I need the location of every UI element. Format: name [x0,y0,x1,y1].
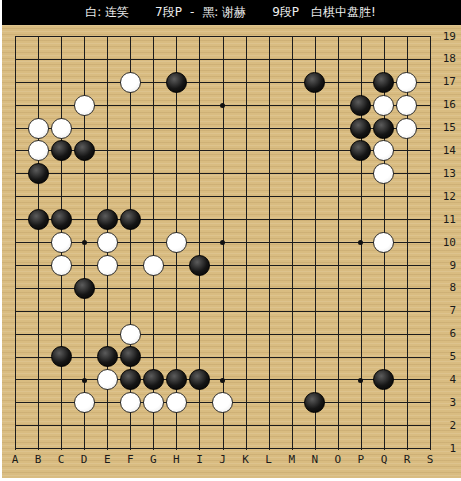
row-label-11: 11 [434,214,456,226]
row-label-18: 18 [434,53,456,65]
row-label-16: 16 [434,99,456,111]
row-label-2: 2 [434,420,456,432]
column-label-S: S [427,454,434,466]
column-label-C: C [58,454,65,466]
white-stone-Q14 [373,140,394,161]
column-label-R: R [404,454,411,466]
column-label-D: D [81,454,88,466]
black-stone-Q4 [373,369,394,390]
game-result: 白棋中盘胜! [311,0,376,25]
black-stone-H17 [166,72,187,93]
white-stone-R16 [396,95,417,116]
row-label-5: 5 [434,351,456,363]
column-label-K: K [242,454,249,466]
row-label-10: 10 [434,237,456,249]
row-label-4: 4 [434,374,456,386]
white-stone-H3 [166,392,187,413]
white-stone-F3 [120,392,141,413]
black-stone-D14 [74,140,95,161]
black-stone-C5 [51,346,72,367]
column-label-G: G [150,454,157,466]
column-label-H: H [173,454,180,466]
column-label-P: P [358,454,365,466]
black-stone-C11 [51,209,72,230]
black-player-label: 黑: 谢赫 [202,0,246,25]
column-label-F: F [127,454,134,466]
white-stone-E10 [97,232,118,253]
row-label-7: 7 [434,305,456,317]
column-label-J: J [219,454,226,466]
black-stone-F4 [120,369,141,390]
row-label-12: 12 [434,191,456,203]
white-stone-F17 [120,72,141,93]
column-label-O: O [335,454,342,466]
white-stone-C10 [51,232,72,253]
white-stone-H10 [166,232,187,253]
column-label-Q: Q [381,454,388,466]
white-stone-Q13 [373,163,394,184]
row-label-3: 3 [434,397,456,409]
white-stone-Q16 [373,95,394,116]
white-stone-B15 [28,118,49,139]
black-stone-B13 [28,163,49,184]
black-stone-E5 [97,346,118,367]
white-stone-B14 [28,140,49,161]
black-stone-Q17 [373,72,394,93]
white-stone-D16 [74,95,95,116]
white-player-label: 白: 连笑 [85,0,129,25]
black-stone-C14 [51,140,72,161]
white-stone-J3 [212,392,233,413]
white-stone-G3 [143,392,164,413]
players-separator: - [190,0,194,25]
row-label-13: 13 [434,168,456,180]
column-label-B: B [35,454,42,466]
go-board[interactable]: ABCDEFGHIJKLMNOPQRS 19181716151413121110… [0,25,461,481]
black-stone-E11 [97,209,118,230]
black-stone-P15 [350,118,371,139]
white-stone-E9 [97,255,118,276]
white-stone-F6 [120,324,141,345]
black-stone-G4 [143,369,164,390]
black-stone-F5 [120,346,141,367]
game-info-bar: 白: 连笑 7段P - 黑: 谢赫 9段P 白棋中盘胜! [0,0,461,25]
white-stone-R17 [396,72,417,93]
column-label-N: N [311,454,318,466]
row-label-1: 1 [434,443,456,455]
row-label-14: 14 [434,145,456,157]
row-label-17: 17 [434,76,456,88]
row-label-19: 19 [434,31,456,43]
white-stone-C15 [51,118,72,139]
black-stone-P16 [350,95,371,116]
white-player-rank: 7段P [155,0,182,25]
black-stone-I4 [189,369,210,390]
black-stone-P14 [350,140,371,161]
black-stone-H4 [166,369,187,390]
row-label-6: 6 [434,328,456,340]
black-stone-D8 [74,278,95,299]
black-stone-N3 [304,392,325,413]
column-label-L: L [265,454,272,466]
go-kifu-viewer: 白: 连笑 7段P - 黑: 谢赫 9段P 白棋中盘胜! ABCDEFGHIJK… [0,0,461,481]
white-stone-C9 [51,255,72,276]
row-label-9: 9 [434,260,456,272]
screenshot-left-margin [0,0,2,481]
black-stone-Q15 [373,118,394,139]
column-label-I: I [196,454,203,466]
white-stone-E4 [97,369,118,390]
row-label-8: 8 [434,282,456,294]
column-label-A: A [12,454,19,466]
black-stone-B11 [28,209,49,230]
black-stone-N17 [304,72,325,93]
column-label-M: M [288,454,295,466]
black-stone-I9 [189,255,210,276]
white-stone-Q10 [373,232,394,253]
white-stone-R15 [396,118,417,139]
white-stone-G9 [143,255,164,276]
white-stone-D3 [74,392,95,413]
black-player-rank: 9段P [272,0,299,25]
black-stone-F11 [120,209,141,230]
row-label-15: 15 [434,122,456,134]
stone-grid [4,25,442,460]
column-label-E: E [104,454,111,466]
